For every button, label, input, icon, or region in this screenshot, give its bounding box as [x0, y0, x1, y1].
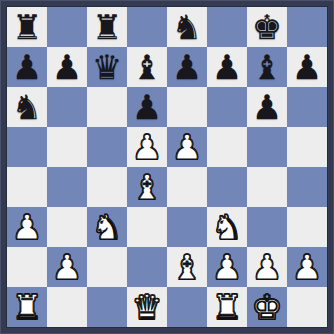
square-a8[interactable]: ♜: [7, 7, 47, 47]
square-h8[interactable]: [287, 7, 327, 47]
square-e2[interactable]: ♝: [167, 247, 207, 287]
black-pawn[interactable]: ♟: [207, 47, 247, 87]
square-d4[interactable]: ♝: [127, 167, 167, 207]
white-pawn[interactable]: ♟: [207, 247, 247, 287]
square-h1[interactable]: [287, 287, 327, 327]
white-pawn[interactable]: ♟: [127, 127, 167, 167]
square-g2[interactable]: ♟: [247, 247, 287, 287]
square-e7[interactable]: ♟: [167, 47, 207, 87]
square-e6[interactable]: [167, 87, 207, 127]
white-knight[interactable]: ♞: [87, 207, 127, 247]
square-g1[interactable]: ♚: [247, 287, 287, 327]
white-pawn[interactable]: ♟: [167, 127, 207, 167]
square-f5[interactable]: [207, 127, 247, 167]
board-frame: ♜♜♞♚♟♟♛♝♟♟♝♟♞♟♟♟♟♝♟♞♞♟♝♟♟♟♜♛♜♚: [0, 0, 334, 334]
square-a2[interactable]: [7, 247, 47, 287]
white-pawn[interactable]: ♟: [247, 247, 287, 287]
black-rook[interactable]: ♜: [7, 7, 47, 47]
black-rook[interactable]: ♜: [87, 7, 127, 47]
square-d2[interactable]: [127, 247, 167, 287]
square-e8[interactable]: ♞: [167, 7, 207, 47]
square-b5[interactable]: [47, 127, 87, 167]
square-e5[interactable]: ♟: [167, 127, 207, 167]
square-c1[interactable]: [87, 287, 127, 327]
square-b6[interactable]: [47, 87, 87, 127]
black-queen[interactable]: ♛: [87, 47, 127, 87]
square-c6[interactable]: [87, 87, 127, 127]
square-d6[interactable]: ♟: [127, 87, 167, 127]
white-pawn[interactable]: ♟: [7, 207, 47, 247]
black-pawn[interactable]: ♟: [287, 47, 327, 87]
black-pawn[interactable]: ♟: [167, 47, 207, 87]
square-h6[interactable]: [287, 87, 327, 127]
square-g5[interactable]: [247, 127, 287, 167]
square-d3[interactable]: [127, 207, 167, 247]
black-pawn[interactable]: ♟: [127, 87, 167, 127]
black-king[interactable]: ♚: [247, 7, 287, 47]
square-b2[interactable]: ♟: [47, 247, 87, 287]
square-d5[interactable]: ♟: [127, 127, 167, 167]
square-b8[interactable]: [47, 7, 87, 47]
square-c7[interactable]: ♛: [87, 47, 127, 87]
square-d8[interactable]: [127, 7, 167, 47]
square-d7[interactable]: ♝: [127, 47, 167, 87]
square-f8[interactable]: [207, 7, 247, 47]
square-g3[interactable]: [247, 207, 287, 247]
square-e1[interactable]: [167, 287, 207, 327]
black-bishop[interactable]: ♝: [247, 47, 287, 87]
square-a1[interactable]: ♜: [7, 287, 47, 327]
black-knight[interactable]: ♞: [167, 7, 207, 47]
square-a4[interactable]: [7, 167, 47, 207]
white-queen[interactable]: ♛: [127, 287, 167, 327]
square-c5[interactable]: [87, 127, 127, 167]
white-pawn[interactable]: ♟: [287, 247, 327, 287]
square-h3[interactable]: [287, 207, 327, 247]
square-f1[interactable]: ♜: [207, 287, 247, 327]
white-knight[interactable]: ♞: [207, 207, 247, 247]
square-g6[interactable]: ♟: [247, 87, 287, 127]
square-g4[interactable]: [247, 167, 287, 207]
square-g8[interactable]: ♚: [247, 7, 287, 47]
square-c8[interactable]: ♜: [87, 7, 127, 47]
white-rook[interactable]: ♜: [7, 287, 47, 327]
square-a3[interactable]: ♟: [7, 207, 47, 247]
white-bishop[interactable]: ♝: [127, 167, 167, 207]
square-a5[interactable]: [7, 127, 47, 167]
square-f3[interactable]: ♞: [207, 207, 247, 247]
white-rook[interactable]: ♜: [207, 287, 247, 327]
black-bishop[interactable]: ♝: [127, 47, 167, 87]
black-pawn[interactable]: ♟: [247, 87, 287, 127]
square-h5[interactable]: [287, 127, 327, 167]
square-h4[interactable]: [287, 167, 327, 207]
square-b1[interactable]: [47, 287, 87, 327]
square-c2[interactable]: [87, 247, 127, 287]
square-f7[interactable]: ♟: [207, 47, 247, 87]
square-a7[interactable]: ♟: [7, 47, 47, 87]
white-pawn[interactable]: ♟: [47, 247, 87, 287]
square-e4[interactable]: [167, 167, 207, 207]
square-g7[interactable]: ♝: [247, 47, 287, 87]
square-c3[interactable]: ♞: [87, 207, 127, 247]
square-e3[interactable]: [167, 207, 207, 247]
square-b3[interactable]: [47, 207, 87, 247]
white-bishop[interactable]: ♝: [167, 247, 207, 287]
chess-board: ♜♜♞♚♟♟♛♝♟♟♝♟♞♟♟♟♟♝♟♞♞♟♝♟♟♟♜♛♜♚: [7, 7, 327, 327]
black-pawn[interactable]: ♟: [7, 47, 47, 87]
square-h7[interactable]: ♟: [287, 47, 327, 87]
square-h2[interactable]: ♟: [287, 247, 327, 287]
square-f6[interactable]: [207, 87, 247, 127]
black-pawn[interactable]: ♟: [47, 47, 87, 87]
white-king[interactable]: ♚: [247, 287, 287, 327]
square-f4[interactable]: [207, 167, 247, 207]
square-f2[interactable]: ♟: [207, 247, 247, 287]
square-a6[interactable]: ♞: [7, 87, 47, 127]
black-knight[interactable]: ♞: [7, 87, 47, 127]
square-b7[interactable]: ♟: [47, 47, 87, 87]
square-d1[interactable]: ♛: [127, 287, 167, 327]
square-b4[interactable]: [47, 167, 87, 207]
square-c4[interactable]: [87, 167, 127, 207]
